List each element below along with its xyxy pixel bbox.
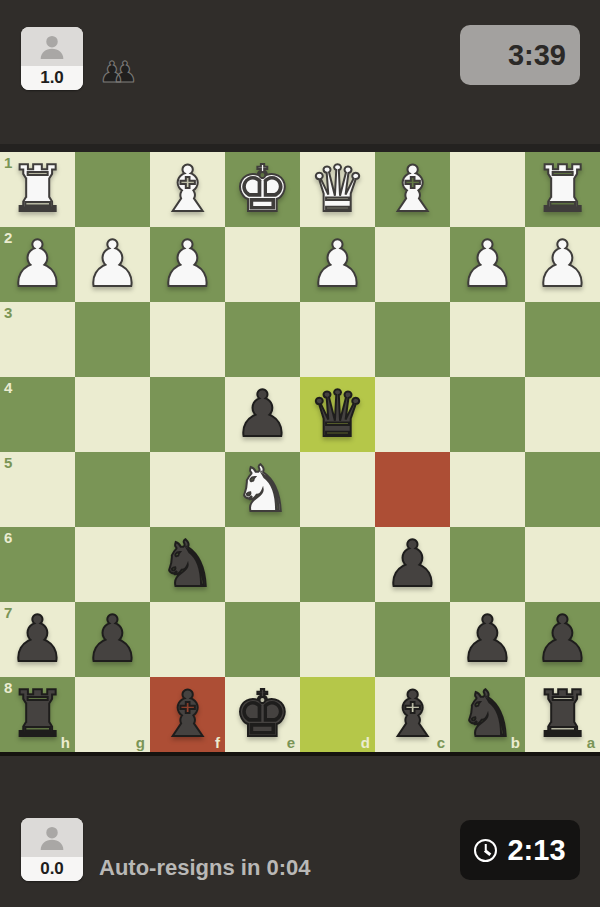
square-d7[interactable]: [300, 602, 375, 677]
square-b4[interactable]: [450, 377, 525, 452]
file-label-h: h: [61, 735, 70, 750]
square-c4[interactable]: [375, 377, 450, 452]
square-h1[interactable]: ♜1: [0, 152, 75, 227]
square-h6[interactable]: 6: [0, 527, 75, 602]
square-f8[interactable]: ♝f: [150, 677, 225, 752]
square-e3[interactable]: [225, 302, 300, 377]
top-clock-time: 3:39: [508, 39, 580, 72]
square-g1[interactable]: [75, 152, 150, 227]
square-d1[interactable]: ♛: [300, 152, 375, 227]
top-player-score: 1.0: [21, 66, 83, 90]
square-f6[interactable]: ♞: [150, 527, 225, 602]
square-g6[interactable]: [75, 527, 150, 602]
square-h2[interactable]: ♟2: [0, 227, 75, 302]
piece-white-pawn: ♟: [450, 227, 525, 302]
square-d8[interactable]: d: [300, 677, 375, 752]
top-player-captured-pieces: ♟♟: [99, 58, 138, 87]
board-top-shadow: [0, 144, 600, 152]
square-e2[interactable]: [225, 227, 300, 302]
square-a1[interactable]: ♜: [525, 152, 600, 227]
square-d4[interactable]: ♛: [300, 377, 375, 452]
piece-black-pawn: ♟: [375, 527, 450, 602]
square-g5[interactable]: [75, 452, 150, 527]
square-b2[interactable]: ♟: [450, 227, 525, 302]
square-a5[interactable]: [525, 452, 600, 527]
rank-label-4: 4: [4, 380, 12, 395]
bottom-player-avatar[interactable]: 0.0: [21, 818, 83, 881]
piece-black-pawn: ♟: [450, 602, 525, 677]
auto-resign-status: Auto-resigns in 0:04: [99, 855, 310, 881]
piece-white-pawn: ♟: [75, 227, 150, 302]
rank-label-3: 3: [4, 305, 12, 320]
square-g3[interactable]: [75, 302, 150, 377]
square-b3[interactable]: [450, 302, 525, 377]
square-c3[interactable]: [375, 302, 450, 377]
square-a6[interactable]: [525, 527, 600, 602]
square-c8[interactable]: ♝c: [375, 677, 450, 752]
square-d6[interactable]: [300, 527, 375, 602]
rank-label-7: 7: [4, 605, 12, 620]
piece-white-knight: ♞: [225, 452, 300, 527]
piece-black-knight: ♞: [150, 527, 225, 602]
piece-white-rook: ♜: [525, 152, 600, 227]
square-h4[interactable]: 4: [0, 377, 75, 452]
square-e1[interactable]: ♚: [225, 152, 300, 227]
square-h5[interactable]: 5: [0, 452, 75, 527]
piece-white-pawn: ♟: [300, 227, 375, 302]
square-h3[interactable]: 3: [0, 302, 75, 377]
square-c2[interactable]: [375, 227, 450, 302]
bottom-player-score: 0.0: [21, 857, 83, 881]
square-a4[interactable]: [525, 377, 600, 452]
square-a2[interactable]: ♟: [525, 227, 600, 302]
piece-black-pawn: ♟: [225, 377, 300, 452]
piece-white-queen: ♛: [300, 152, 375, 227]
piece-black-queen: ♛: [300, 377, 375, 452]
square-g4[interactable]: [75, 377, 150, 452]
rank-label-5: 5: [4, 455, 12, 470]
square-c7[interactable]: [375, 602, 450, 677]
piece-white-pawn: ♟: [525, 227, 600, 302]
rank-label-1: 1: [4, 155, 12, 170]
square-e5[interactable]: ♞: [225, 452, 300, 527]
square-e8[interactable]: ♚e: [225, 677, 300, 752]
square-e7[interactable]: [225, 602, 300, 677]
square-d5[interactable]: [300, 452, 375, 527]
file-label-g: g: [136, 735, 145, 750]
board-bottom-edge: [0, 752, 600, 756]
square-c6[interactable]: ♟: [375, 527, 450, 602]
square-c1[interactable]: ♝: [375, 152, 450, 227]
square-e6[interactable]: [225, 527, 300, 602]
avatar-person-icon: [21, 818, 83, 857]
square-b8[interactable]: ♞b: [450, 677, 525, 752]
square-h8[interactable]: ♜8h: [0, 677, 75, 752]
square-a8[interactable]: ♜a: [525, 677, 600, 752]
square-a3[interactable]: [525, 302, 600, 377]
file-label-b: b: [511, 735, 520, 750]
square-d2[interactable]: ♟: [300, 227, 375, 302]
file-label-c: c: [437, 735, 445, 750]
top-player-avatar[interactable]: 1.0: [21, 27, 83, 90]
rank-label-2: 2: [4, 230, 12, 245]
square-g8[interactable]: g: [75, 677, 150, 752]
piece-white-bishop: ♝: [375, 152, 450, 227]
square-f2[interactable]: ♟: [150, 227, 225, 302]
square-f7[interactable]: [150, 602, 225, 677]
rank-label-8: 8: [4, 680, 12, 695]
file-label-f: f: [215, 735, 220, 750]
bottom-player-clock: 2:13: [460, 820, 580, 880]
bottom-clock-time: 2:13: [507, 834, 565, 867]
piece-black-bishop: ♝: [150, 677, 225, 752]
square-b5[interactable]: [450, 452, 525, 527]
square-g2[interactable]: ♟: [75, 227, 150, 302]
piece-white-bishop: ♝: [150, 152, 225, 227]
rank-label-6: 6: [4, 530, 12, 545]
avatar-person-icon: [21, 27, 83, 66]
square-d3[interactable]: [300, 302, 375, 377]
square-f5[interactable]: [150, 452, 225, 527]
file-label-d: d: [361, 735, 370, 750]
piece-white-pawn: ♟: [150, 227, 225, 302]
file-label-e: e: [287, 735, 295, 750]
clock-icon: [474, 839, 497, 862]
top-player-clock: 3:39: [460, 25, 580, 85]
square-c5[interactable]: [375, 452, 450, 527]
square-f1[interactable]: ♝: [150, 152, 225, 227]
square-a7[interactable]: ♟: [525, 602, 600, 677]
piece-white-king: ♚: [225, 152, 300, 227]
square-e4[interactable]: ♟: [225, 377, 300, 452]
square-g7[interactable]: ♟: [75, 602, 150, 677]
square-b6[interactable]: [450, 527, 525, 602]
piece-black-pawn: ♟: [75, 602, 150, 677]
piece-black-pawn: ♟: [525, 602, 600, 677]
square-f4[interactable]: [150, 377, 225, 452]
chess-board: ♜1♝♚♛♝♜♟2♟♟♟♟♟34♟♛5♞6♞♟♟7♟♟♟♜8hg♝f♚ed♝c♞…: [0, 152, 600, 752]
square-f3[interactable]: [150, 302, 225, 377]
square-b1[interactable]: [450, 152, 525, 227]
square-b7[interactable]: ♟: [450, 602, 525, 677]
file-label-a: a: [587, 735, 595, 750]
square-h7[interactable]: ♟7: [0, 602, 75, 677]
